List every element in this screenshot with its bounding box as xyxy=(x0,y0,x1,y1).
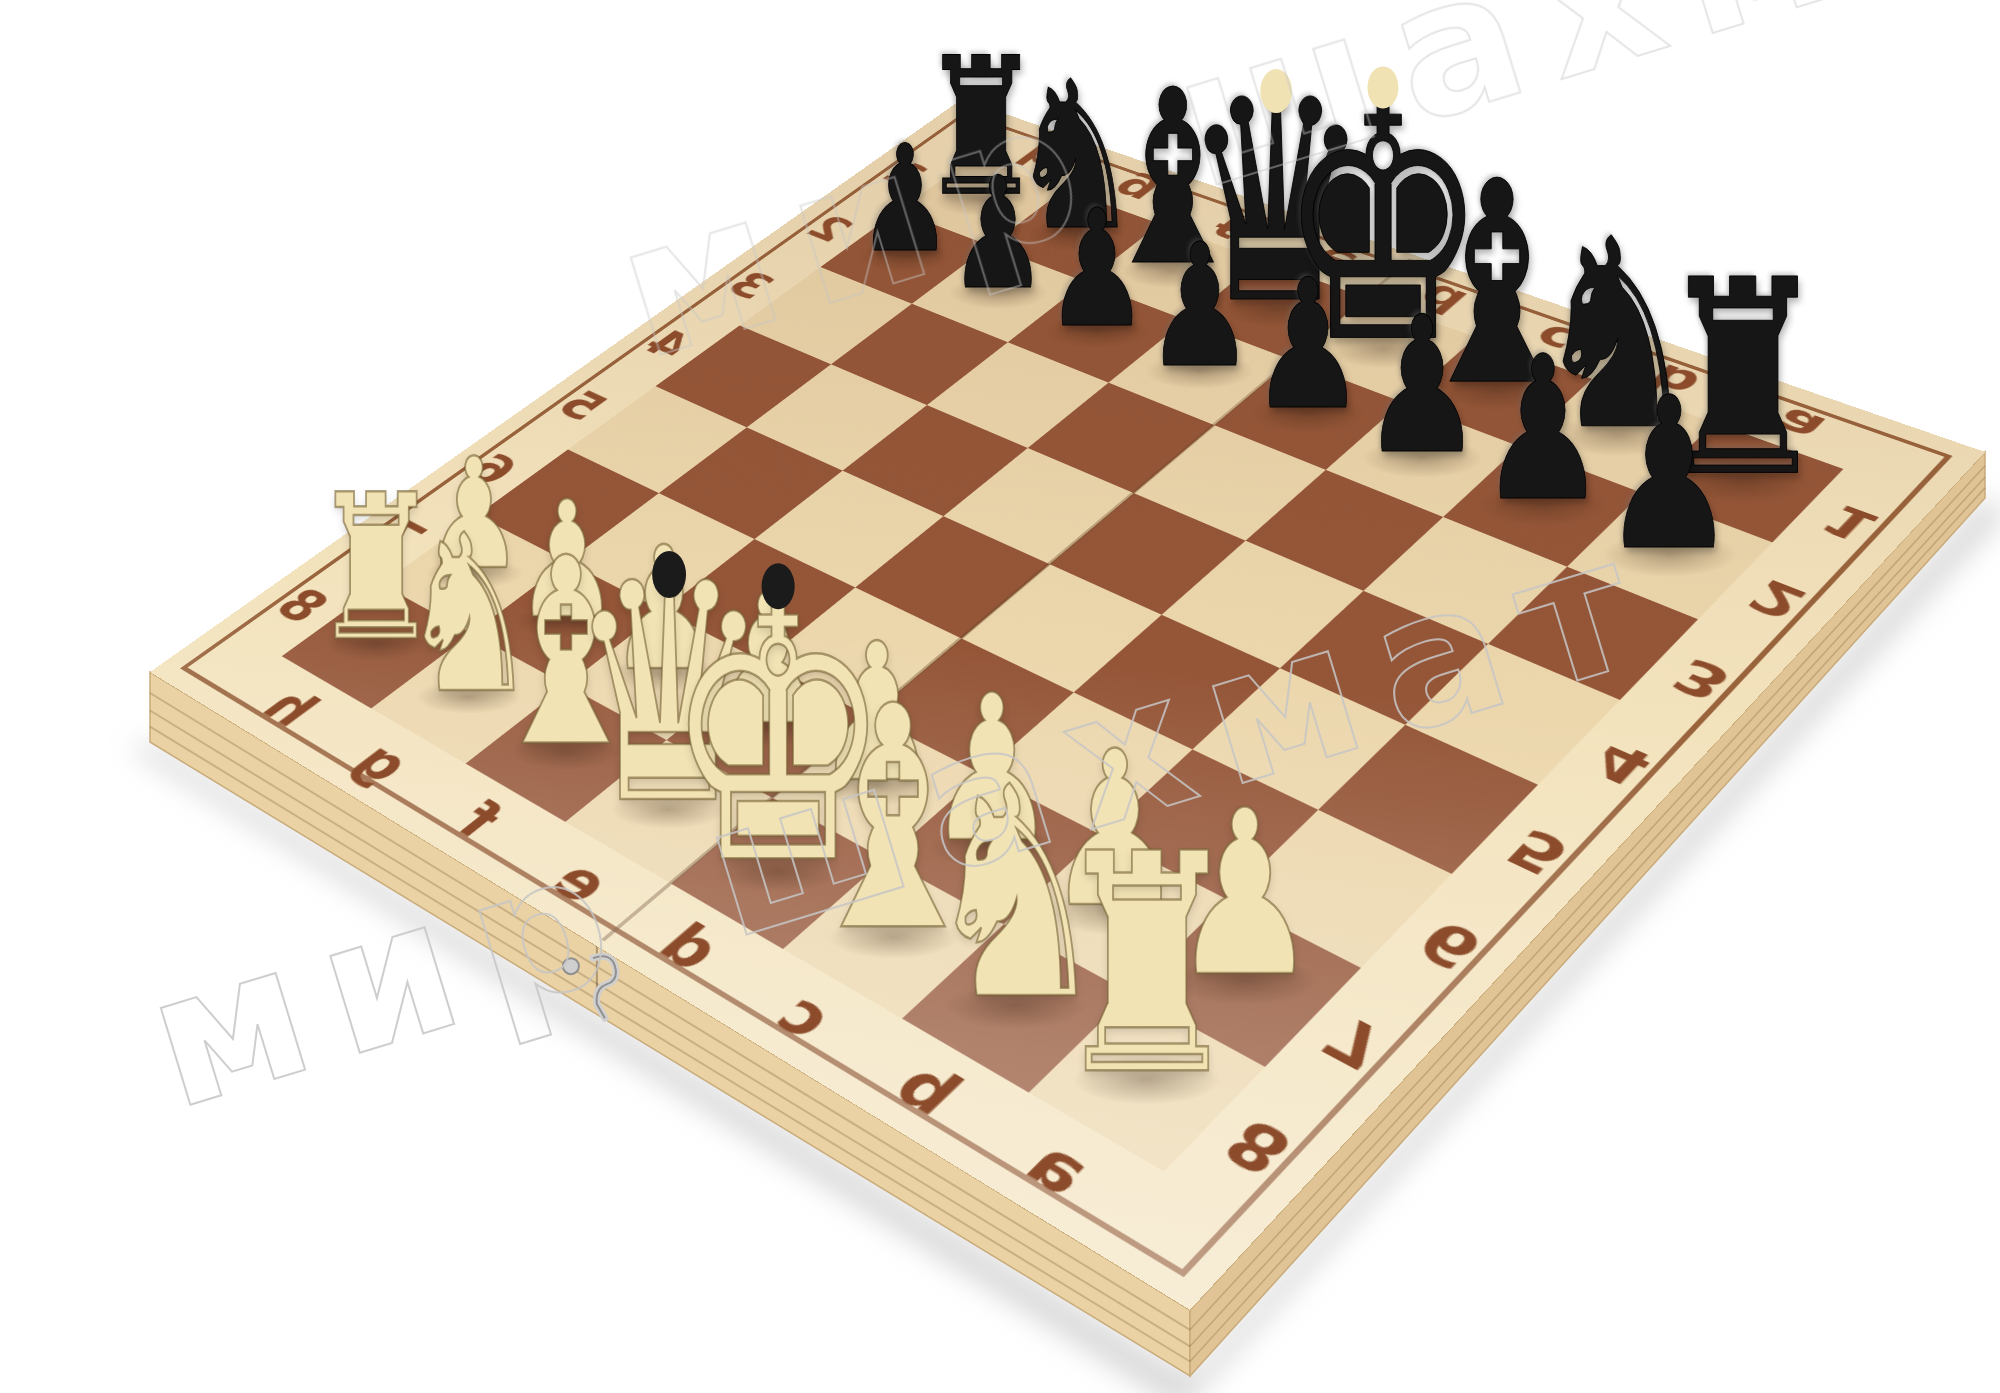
file-label-near-e: e xyxy=(541,852,622,912)
rank-label-left-1: 1 xyxy=(875,157,938,192)
file-label-far-a: a xyxy=(1763,402,1835,448)
rank-label-right-2: 2 xyxy=(1739,573,1817,626)
product-photo-chess-set: hhggffeeddccbbaa1122334455667788 ♜♞♝♛♚♝♞… xyxy=(0,0,2000,1393)
rank-label-right-1: 1 xyxy=(1812,498,1888,548)
file-label-near-f: f xyxy=(445,796,513,846)
file-label-far-d: d xyxy=(1407,278,1476,319)
rank-label-right-7: 7 xyxy=(1312,1008,1401,1078)
file-label-far-h: h xyxy=(1009,139,1072,174)
file-label-far-e: e xyxy=(1301,241,1367,280)
rank-label-right-6: 6 xyxy=(1407,911,1494,977)
rank-label-right-3: 3 xyxy=(1662,651,1742,707)
rank-label-right-8: 8 xyxy=(1213,1109,1305,1184)
file-label-near-h: h xyxy=(252,682,329,735)
rank-label-right-4: 4 xyxy=(1581,734,1663,793)
file-label-near-c: c xyxy=(765,984,846,1048)
file-label-near-g: g xyxy=(343,735,422,790)
rank-label-right-5: 5 xyxy=(1496,820,1580,883)
file-label-near-b: b xyxy=(883,1054,974,1126)
clasp-screw xyxy=(563,958,579,974)
rank-label-left-3: 3 xyxy=(718,266,783,304)
file-label-far-g: g xyxy=(1101,172,1166,208)
file-label-far-b: b xyxy=(1638,358,1710,403)
file-label-far-f: f xyxy=(1205,208,1258,241)
file-label-near-a: a xyxy=(1014,1131,1105,1205)
file-label-far-c: c xyxy=(1523,318,1587,359)
file-label-near-d: d xyxy=(648,915,734,979)
rank-label-left-2: 2 xyxy=(798,210,862,247)
rank-label-left-4: 4 xyxy=(635,324,702,364)
